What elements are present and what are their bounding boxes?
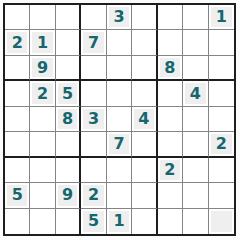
- cell-r4c4[interactable]: [81, 81, 106, 106]
- cell-r9c2[interactable]: [30, 209, 55, 234]
- cell-r5c3[interactable]: 8: [56, 107, 81, 132]
- cell-r7c1[interactable]: [5, 158, 30, 183]
- cell-r4c8[interactable]: 4: [183, 81, 208, 106]
- cell-r8c2[interactable]: [30, 183, 55, 208]
- cell-r2c9[interactable]: [209, 30, 234, 55]
- cell-r9c9[interactable]: [209, 209, 234, 234]
- cell-r6c6[interactable]: [132, 132, 157, 157]
- cell-r1c7[interactable]: [158, 5, 183, 30]
- sudoku-board: 312179825483472259251: [3, 3, 236, 236]
- cell-r5c4[interactable]: 3: [81, 107, 106, 132]
- cell-r2c8[interactable]: [183, 30, 208, 55]
- cell-r7c8[interactable]: [183, 158, 208, 183]
- cell-r5c9[interactable]: [209, 107, 234, 132]
- cell-r6c7[interactable]: [158, 132, 183, 157]
- cell-r4c9[interactable]: [209, 81, 234, 106]
- cell-r7c5[interactable]: [107, 158, 132, 183]
- cell-r1c8[interactable]: [183, 5, 208, 30]
- cell-r7c7[interactable]: 2: [158, 158, 183, 183]
- cell-r2c4[interactable]: 7: [81, 30, 106, 55]
- cell-r4c6[interactable]: [132, 81, 157, 106]
- cell-r1c5[interactable]: 3: [107, 5, 132, 30]
- cell-r4c1[interactable]: [5, 81, 30, 106]
- cell-r7c9[interactable]: [209, 158, 234, 183]
- cell-r4c2[interactable]: 2: [30, 81, 55, 106]
- cell-r4c5[interactable]: [107, 81, 132, 106]
- cell-r7c3[interactable]: [56, 158, 81, 183]
- cell-r6c1[interactable]: [5, 132, 30, 157]
- cell-r2c5[interactable]: [107, 30, 132, 55]
- cell-r9c8[interactable]: [183, 209, 208, 234]
- cell-r6c3[interactable]: [56, 132, 81, 157]
- cell-r3c5[interactable]: [107, 56, 132, 81]
- cell-r1c4[interactable]: [81, 5, 106, 30]
- cell-r3c7[interactable]: 8: [158, 56, 183, 81]
- cell-r1c9[interactable]: 1: [209, 5, 234, 30]
- cell-r2c2[interactable]: 1: [30, 30, 55, 55]
- cell-r4c3[interactable]: 5: [56, 81, 81, 106]
- cell-r6c4[interactable]: [81, 132, 106, 157]
- cell-r1c3[interactable]: [56, 5, 81, 30]
- cell-r7c6[interactable]: [132, 158, 157, 183]
- cell-r5c5[interactable]: [107, 107, 132, 132]
- cell-r5c1[interactable]: [5, 107, 30, 132]
- cell-r8c5[interactable]: [107, 183, 132, 208]
- cell-r7c4[interactable]: [81, 158, 106, 183]
- cell-r8c4[interactable]: 2: [81, 183, 106, 208]
- cell-r7c2[interactable]: [30, 158, 55, 183]
- cell-r3c6[interactable]: [132, 56, 157, 81]
- cell-r2c3[interactable]: [56, 30, 81, 55]
- cell-r9c5[interactable]: 1: [107, 209, 132, 234]
- cell-r5c8[interactable]: [183, 107, 208, 132]
- cell-r6c9[interactable]: 2: [209, 132, 234, 157]
- cell-r8c8[interactable]: [183, 183, 208, 208]
- cell-r8c3[interactable]: 9: [56, 183, 81, 208]
- cell-r4c7[interactable]: [158, 81, 183, 106]
- cell-r3c1[interactable]: [5, 56, 30, 81]
- cell-r6c2[interactable]: [30, 132, 55, 157]
- cell-r6c5[interactable]: 7: [107, 132, 132, 157]
- cell-r9c4[interactable]: 5: [81, 209, 106, 234]
- cell-r9c1[interactable]: [5, 209, 30, 234]
- cell-r6c8[interactable]: [183, 132, 208, 157]
- cell-r8c1[interactable]: 5: [5, 183, 30, 208]
- cell-r9c6[interactable]: [132, 209, 157, 234]
- cell-r2c6[interactable]: [132, 30, 157, 55]
- cell-r3c2[interactable]: 9: [30, 56, 55, 81]
- cell-r5c2[interactable]: [30, 107, 55, 132]
- cell-r2c1[interactable]: 2: [5, 30, 30, 55]
- cell-r3c8[interactable]: [183, 56, 208, 81]
- cell-r3c9[interactable]: [209, 56, 234, 81]
- cell-r8c9[interactable]: [209, 183, 234, 208]
- cell-r5c7[interactable]: [158, 107, 183, 132]
- cell-r8c6[interactable]: [132, 183, 157, 208]
- cell-r8c7[interactable]: [158, 183, 183, 208]
- cell-r1c1[interactable]: [5, 5, 30, 30]
- cell-r5c6[interactable]: 4: [132, 107, 157, 132]
- cell-r1c2[interactable]: [30, 5, 55, 30]
- cell-r2c7[interactable]: [158, 30, 183, 55]
- cell-r3c4[interactable]: [81, 56, 106, 81]
- cell-r9c3[interactable]: [56, 209, 81, 234]
- cell-r3c3[interactable]: [56, 56, 81, 81]
- cell-r9c7[interactable]: [158, 209, 183, 234]
- cell-r1c6[interactable]: [132, 5, 157, 30]
